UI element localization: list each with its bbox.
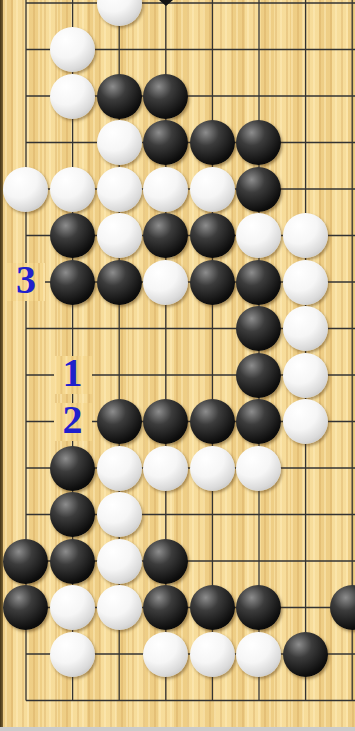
intersection-c7-r12[interactable] <box>329 538 355 585</box>
intersection-c0-r15[interactable] <box>3 677 50 724</box>
intersection-c7-r13[interactable] <box>329 584 355 631</box>
stone-white <box>283 260 328 305</box>
stone-black <box>143 74 188 119</box>
intersection-c5-r5[interactable] <box>236 212 283 259</box>
stone-black <box>97 74 142 119</box>
stone-black <box>143 539 188 584</box>
stone-black <box>143 213 188 258</box>
intersection-c5-r3[interactable] <box>236 119 283 166</box>
intersection-c0-r3[interactable] <box>3 119 50 166</box>
stone-black <box>50 539 95 584</box>
stone-black <box>236 306 281 351</box>
stone-white <box>190 446 235 491</box>
stone-white <box>3 167 48 212</box>
intersection-c7-r14[interactable] <box>329 631 355 678</box>
stone-black <box>190 399 235 444</box>
intersection-c5-r7[interactable] <box>236 305 283 352</box>
stone-black <box>190 260 235 305</box>
intersection-c4-r2[interactable] <box>189 73 236 120</box>
intersection-c4-r10[interactable] <box>189 445 236 492</box>
intersection-c6-r1[interactable] <box>282 26 329 73</box>
board-grid <box>3 0 355 724</box>
stone-white <box>97 492 142 537</box>
intersection-c4-r9[interactable] <box>189 398 236 445</box>
intersection-c1-r1[interactable] <box>49 26 96 73</box>
stone-black <box>143 585 188 630</box>
intersection-c3-r7[interactable] <box>142 305 189 352</box>
intersection-c0-r13[interactable] <box>3 584 50 631</box>
stone-white <box>143 260 188 305</box>
intersection-c2-r7[interactable] <box>96 305 143 352</box>
intersection-c1-r14[interactable] <box>49 631 96 678</box>
intersection-c0-r4[interactable] <box>3 166 50 213</box>
stone-white <box>236 213 281 258</box>
intersection-c6-r2[interactable] <box>282 73 329 120</box>
intersection-c7-r4[interactable] <box>329 166 355 213</box>
stone-black <box>236 120 281 165</box>
intersection-c0-r8[interactable] <box>3 352 50 399</box>
intersection-c1-r0[interactable] <box>49 0 96 26</box>
intersection-c1-r11[interactable] <box>49 491 96 538</box>
move-label-3: 3 <box>16 260 36 300</box>
stone-white <box>50 74 95 119</box>
triangle-marker-icon <box>159 0 173 6</box>
board-left-edge <box>0 0 3 731</box>
stone-black <box>3 585 48 630</box>
move-label-2: 2 <box>63 400 83 440</box>
intersection-c2-r2[interactable] <box>96 73 143 120</box>
intersection-c4-r14[interactable] <box>189 631 236 678</box>
stone-white <box>143 446 188 491</box>
intersection-c7-r8[interactable] <box>329 352 355 399</box>
intersection-c5-r8[interactable] <box>236 352 283 399</box>
intersection-c0-r10[interactable] <box>3 445 50 492</box>
intersection-c4-r0[interactable] <box>189 0 236 26</box>
intersection-c0-r12[interactable] <box>3 538 50 585</box>
intersection-c0-r11[interactable] <box>3 491 50 538</box>
intersection-c3-r8[interactable] <box>142 352 189 399</box>
intersection-c5-r11[interactable] <box>236 491 283 538</box>
intersection-c6-r0[interactable] <box>282 0 329 26</box>
stone-black <box>50 492 95 537</box>
intersection-c3-r10[interactable] <box>142 445 189 492</box>
intersection-c2-r0[interactable] <box>96 0 143 26</box>
intersection-c2-r12[interactable] <box>96 538 143 585</box>
intersection-c0-r14[interactable] <box>3 631 50 678</box>
intersection-c7-r5[interactable] <box>329 212 355 259</box>
intersection-c3-r13[interactable] <box>142 584 189 631</box>
intersection-c3-r11[interactable] <box>142 491 189 538</box>
intersection-c2-r10[interactable] <box>96 445 143 492</box>
stone-black <box>236 399 281 444</box>
go-board[interactable]: 312 <box>0 0 355 731</box>
intersection-c7-r2[interactable] <box>329 73 355 120</box>
intersection-c0-r2[interactable] <box>3 73 50 120</box>
stone-white <box>50 632 95 677</box>
intersection-c2-r11[interactable] <box>96 491 143 538</box>
intersection-c5-r2[interactable] <box>236 73 283 120</box>
stone-white <box>236 446 281 491</box>
intersection-c5-r10[interactable] <box>236 445 283 492</box>
stone-white <box>283 213 328 258</box>
stone-black <box>190 120 235 165</box>
intersection-c7-r15[interactable] <box>329 677 355 724</box>
intersection-c2-r15[interactable] <box>96 677 143 724</box>
intersection-c4-r3[interactable] <box>189 119 236 166</box>
intersection-c6-r13[interactable] <box>282 584 329 631</box>
move-label-1: 1 <box>63 353 83 393</box>
intersection-c4-r11[interactable] <box>189 491 236 538</box>
intersection-c0-r7[interactable] <box>3 305 50 352</box>
intersection-c4-r15[interactable] <box>189 677 236 724</box>
intersection-c6-r5[interactable] <box>282 212 329 259</box>
intersection-c1-r13[interactable] <box>49 584 96 631</box>
stone-white <box>283 353 328 398</box>
stone-white <box>97 446 142 491</box>
stone-black <box>190 585 235 630</box>
intersection-c4-r8[interactable] <box>189 352 236 399</box>
stone-black <box>97 399 142 444</box>
stone-black <box>236 167 281 212</box>
page-bottom-strip <box>0 727 355 731</box>
intersection-c7-r1[interactable] <box>329 26 355 73</box>
intersection-c6-r7[interactable] <box>282 305 329 352</box>
stone-white <box>50 167 95 212</box>
intersection-c2-r4[interactable] <box>96 166 143 213</box>
intersection-c0-r9[interactable] <box>3 398 50 445</box>
intersection-c2-r3[interactable] <box>96 119 143 166</box>
stone-white <box>97 585 142 630</box>
intersection-c7-r7[interactable] <box>329 305 355 352</box>
intersection-c4-r12[interactable] <box>189 538 236 585</box>
intersection-c6-r6[interactable] <box>282 259 329 306</box>
intersection-c0-r0[interactable] <box>3 0 50 26</box>
stone-black <box>50 446 95 491</box>
intersection-c6-r12[interactable] <box>282 538 329 585</box>
stone-black <box>143 399 188 444</box>
intersection-c4-r7[interactable] <box>189 305 236 352</box>
stone-black <box>190 213 235 258</box>
stone-black <box>143 120 188 165</box>
intersection-c1-r2[interactable] <box>49 73 96 120</box>
intersection-c5-r0[interactable] <box>236 0 283 26</box>
stone-black <box>330 585 355 630</box>
intersection-c5-r15[interactable] <box>236 677 283 724</box>
intersection-c5-r12[interactable] <box>236 538 283 585</box>
intersection-c2-r5[interactable] <box>96 212 143 259</box>
stone-black <box>236 353 281 398</box>
stone-white <box>50 585 95 630</box>
intersection-c1-r10[interactable] <box>49 445 96 492</box>
intersection-c6-r15[interactable] <box>282 677 329 724</box>
intersection-c5-r1[interactable] <box>236 26 283 73</box>
intersection-c1-r5[interactable] <box>49 212 96 259</box>
intersection-c1-r4[interactable] <box>49 166 96 213</box>
stone-black <box>97 260 142 305</box>
intersection-c5-r9[interactable] <box>236 398 283 445</box>
stone-black <box>50 260 95 305</box>
intersection-c3-r5[interactable] <box>142 212 189 259</box>
intersection-c3-r9[interactable] <box>142 398 189 445</box>
stone-white <box>97 539 142 584</box>
intersection-c6-r4[interactable] <box>282 166 329 213</box>
intersection-c2-r9[interactable] <box>96 398 143 445</box>
intersection-c7-r0[interactable] <box>329 0 355 26</box>
stone-white <box>97 167 142 212</box>
intersection-c4-r6[interactable] <box>189 259 236 306</box>
stone-black <box>236 585 281 630</box>
intersection-c3-r14[interactable] <box>142 631 189 678</box>
stone-black <box>3 539 48 584</box>
intersection-c0-r5[interactable] <box>3 212 50 259</box>
stone-black <box>283 632 328 677</box>
intersection-c6-r3[interactable] <box>282 119 329 166</box>
intersection-c4-r13[interactable] <box>189 584 236 631</box>
intersection-c2-r14[interactable] <box>96 631 143 678</box>
intersection-c2-r6[interactable] <box>96 259 143 306</box>
intersection-c5-r6[interactable] <box>236 259 283 306</box>
intersection-c7-r10[interactable] <box>329 445 355 492</box>
intersection-c5-r14[interactable] <box>236 631 283 678</box>
intersection-c4-r4[interactable] <box>189 166 236 213</box>
intersection-c6-r8[interactable] <box>282 352 329 399</box>
stone-white <box>143 167 188 212</box>
intersection-c7-r3[interactable] <box>329 119 355 166</box>
stone-white <box>97 120 142 165</box>
intersection-c6-r14[interactable] <box>282 631 329 678</box>
stone-black <box>236 260 281 305</box>
intersection-c6-r11[interactable] <box>282 491 329 538</box>
intersection-c5-r4[interactable] <box>236 166 283 213</box>
stone-white <box>97 0 142 26</box>
intersection-c2-r1[interactable] <box>96 26 143 73</box>
intersection-c3-r1[interactable] <box>142 26 189 73</box>
intersection-c4-r5[interactable] <box>189 212 236 259</box>
stone-white <box>143 632 188 677</box>
intersection-c5-r13[interactable] <box>236 584 283 631</box>
intersection-c2-r8[interactable] <box>96 352 143 399</box>
intersection-c0-r1[interactable] <box>3 26 50 73</box>
intersection-c6-r9[interactable] <box>282 398 329 445</box>
intersection-c3-r3[interactable] <box>142 119 189 166</box>
intersection-c3-r6[interactable] <box>142 259 189 306</box>
stone-white <box>190 167 235 212</box>
intersection-c1-r6[interactable] <box>49 259 96 306</box>
intersection-c3-r12[interactable] <box>142 538 189 585</box>
stone-white <box>97 213 142 258</box>
intersection-c1-r15[interactable] <box>49 677 96 724</box>
intersection-c1-r7[interactable] <box>49 305 96 352</box>
stone-black <box>50 213 95 258</box>
intersection-c3-r15[interactable] <box>142 677 189 724</box>
stone-white <box>283 306 328 351</box>
intersection-c7-r9[interactable] <box>329 398 355 445</box>
intersection-c7-r11[interactable] <box>329 491 355 538</box>
intersection-c1-r3[interactable] <box>49 119 96 166</box>
intersection-c7-r6[interactable] <box>329 259 355 306</box>
intersection-c3-r4[interactable] <box>142 166 189 213</box>
stone-white <box>50 27 95 72</box>
stone-white <box>236 632 281 677</box>
intersection-c2-r13[interactable] <box>96 584 143 631</box>
intersection-c1-r12[interactable] <box>49 538 96 585</box>
intersection-c6-r10[interactable] <box>282 445 329 492</box>
intersection-c4-r1[interactable] <box>189 26 236 73</box>
stone-white <box>283 399 328 444</box>
stone-white <box>190 632 235 677</box>
intersection-c3-r2[interactable] <box>142 73 189 120</box>
